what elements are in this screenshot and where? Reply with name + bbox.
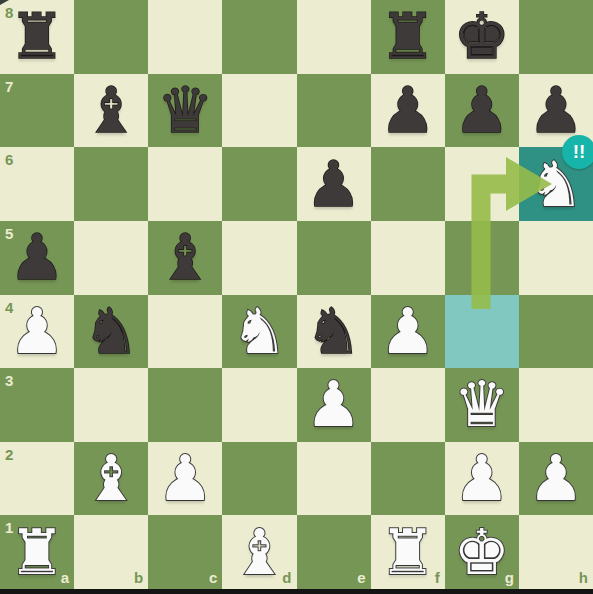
square-a1[interactable]: 1a♜ <box>0 515 74 589</box>
square-f8[interactable]: ♜ <box>371 0 445 74</box>
white-bishop[interactable]: ♝ <box>74 442 148 516</box>
square-e7[interactable] <box>297 74 371 148</box>
square-h5[interactable] <box>519 221 593 295</box>
square-c6[interactable] <box>148 147 222 221</box>
black-pawn[interactable]: ♟ <box>371 74 445 148</box>
square-h2[interactable]: ♟ <box>519 442 593 516</box>
square-g1[interactable]: g♚ <box>445 515 519 589</box>
white-bishop[interactable]: ♝ <box>222 515 296 589</box>
rank-label-6: 6 <box>5 152 13 167</box>
chess-board: 8♜♜♚7♝♛♟♟♟6♟♞5♟♝4♟♞♞♞♟3♟♛2♝♟♟♟1a♜bcd♝ef♜… <box>0 0 593 589</box>
square-h3[interactable] <box>519 368 593 442</box>
square-c1[interactable]: c <box>148 515 222 589</box>
white-pawn[interactable]: ♟ <box>0 295 74 369</box>
white-pawn[interactable]: ♟ <box>148 442 222 516</box>
square-c3[interactable] <box>148 368 222 442</box>
square-c8[interactable] <box>148 0 222 74</box>
square-c2[interactable]: ♟ <box>148 442 222 516</box>
white-pawn[interactable]: ♟ <box>371 295 445 369</box>
square-e3[interactable]: ♟ <box>297 368 371 442</box>
square-g5[interactable] <box>445 221 519 295</box>
chess-board-app: 8♜♜♚7♝♛♟♟♟6♟♞5♟♝4♟♞♞♞♟3♟♛2♝♟♟♟1a♜bcd♝ef♜… <box>0 0 593 594</box>
square-h4[interactable] <box>519 295 593 369</box>
rank-label-2: 2 <box>5 447 13 462</box>
square-d1[interactable]: d♝ <box>222 515 296 589</box>
square-f3[interactable] <box>371 368 445 442</box>
bottom-edge-bar <box>0 589 593 594</box>
square-f5[interactable] <box>371 221 445 295</box>
square-d2[interactable] <box>222 442 296 516</box>
square-a5[interactable]: 5♟ <box>0 221 74 295</box>
file-label-h: h <box>579 570 588 585</box>
square-g6[interactable] <box>445 147 519 221</box>
white-queen[interactable]: ♛ <box>445 368 519 442</box>
black-knight[interactable]: ♞ <box>297 295 371 369</box>
black-king[interactable]: ♚ <box>445 0 519 74</box>
square-d8[interactable] <box>222 0 296 74</box>
square-a8[interactable]: 8♜ <box>0 0 74 74</box>
white-king[interactable]: ♚ <box>445 515 519 589</box>
square-b4[interactable]: ♞ <box>74 295 148 369</box>
square-e1[interactable]: e <box>297 515 371 589</box>
square-e5[interactable] <box>297 221 371 295</box>
square-c7[interactable]: ♛ <box>148 74 222 148</box>
square-b8[interactable] <box>74 0 148 74</box>
square-f4[interactable]: ♟ <box>371 295 445 369</box>
square-e2[interactable] <box>297 442 371 516</box>
square-a3[interactable]: 3 <box>0 368 74 442</box>
square-b7[interactable]: ♝ <box>74 74 148 148</box>
square-b6[interactable] <box>74 147 148 221</box>
black-pawn[interactable]: ♟ <box>0 221 74 295</box>
white-rook[interactable]: ♜ <box>371 515 445 589</box>
white-pawn[interactable]: ♟ <box>297 368 371 442</box>
square-f6[interactable] <box>371 147 445 221</box>
square-d3[interactable] <box>222 368 296 442</box>
black-bishop[interactable]: ♝ <box>74 74 148 148</box>
square-b5[interactable] <box>74 221 148 295</box>
square-g7[interactable]: ♟ <box>445 74 519 148</box>
white-pawn[interactable]: ♟ <box>445 442 519 516</box>
square-d7[interactable] <box>222 74 296 148</box>
brilliant-badge-label: !! <box>573 141 586 163</box>
square-b3[interactable] <box>74 368 148 442</box>
file-label-e: e <box>357 570 365 585</box>
square-f7[interactable]: ♟ <box>371 74 445 148</box>
black-rook[interactable]: ♜ <box>0 0 74 74</box>
square-a4[interactable]: 4♟ <box>0 295 74 369</box>
square-g3[interactable]: ♛ <box>445 368 519 442</box>
cursor-artifact-icon <box>0 0 9 5</box>
rank-label-3: 3 <box>5 373 13 388</box>
square-a7[interactable]: 7 <box>0 74 74 148</box>
square-g4[interactable] <box>445 295 519 369</box>
file-label-c: c <box>209 570 217 585</box>
black-bishop[interactable]: ♝ <box>148 221 222 295</box>
square-e4[interactable]: ♞ <box>297 295 371 369</box>
square-d6[interactable] <box>222 147 296 221</box>
black-rook[interactable]: ♜ <box>371 0 445 74</box>
square-c5[interactable]: ♝ <box>148 221 222 295</box>
square-a6[interactable]: 6 <box>0 147 74 221</box>
white-rook[interactable]: ♜ <box>0 515 74 589</box>
white-pawn[interactable]: ♟ <box>519 442 593 516</box>
white-knight[interactable]: ♞ <box>222 295 296 369</box>
square-e6[interactable]: ♟ <box>297 147 371 221</box>
square-g2[interactable]: ♟ <box>445 442 519 516</box>
black-queen[interactable]: ♛ <box>148 74 222 148</box>
square-h1[interactable]: h <box>519 515 593 589</box>
square-g8[interactable]: ♚ <box>445 0 519 74</box>
square-a2[interactable]: 2 <box>0 442 74 516</box>
square-f2[interactable] <box>371 442 445 516</box>
square-f1[interactable]: f♜ <box>371 515 445 589</box>
file-label-b: b <box>134 570 143 585</box>
square-b2[interactable]: ♝ <box>74 442 148 516</box>
black-pawn[interactable]: ♟ <box>297 147 371 221</box>
square-e8[interactable] <box>297 0 371 74</box>
square-h8[interactable] <box>519 0 593 74</box>
square-d4[interactable]: ♞ <box>222 295 296 369</box>
square-d5[interactable] <box>222 221 296 295</box>
rank-label-7: 7 <box>5 79 13 94</box>
square-c4[interactable] <box>148 295 222 369</box>
black-pawn[interactable]: ♟ <box>445 74 519 148</box>
square-b1[interactable]: b <box>74 515 148 589</box>
brilliant-move-badge: !! <box>562 135 593 169</box>
black-knight[interactable]: ♞ <box>74 295 148 369</box>
